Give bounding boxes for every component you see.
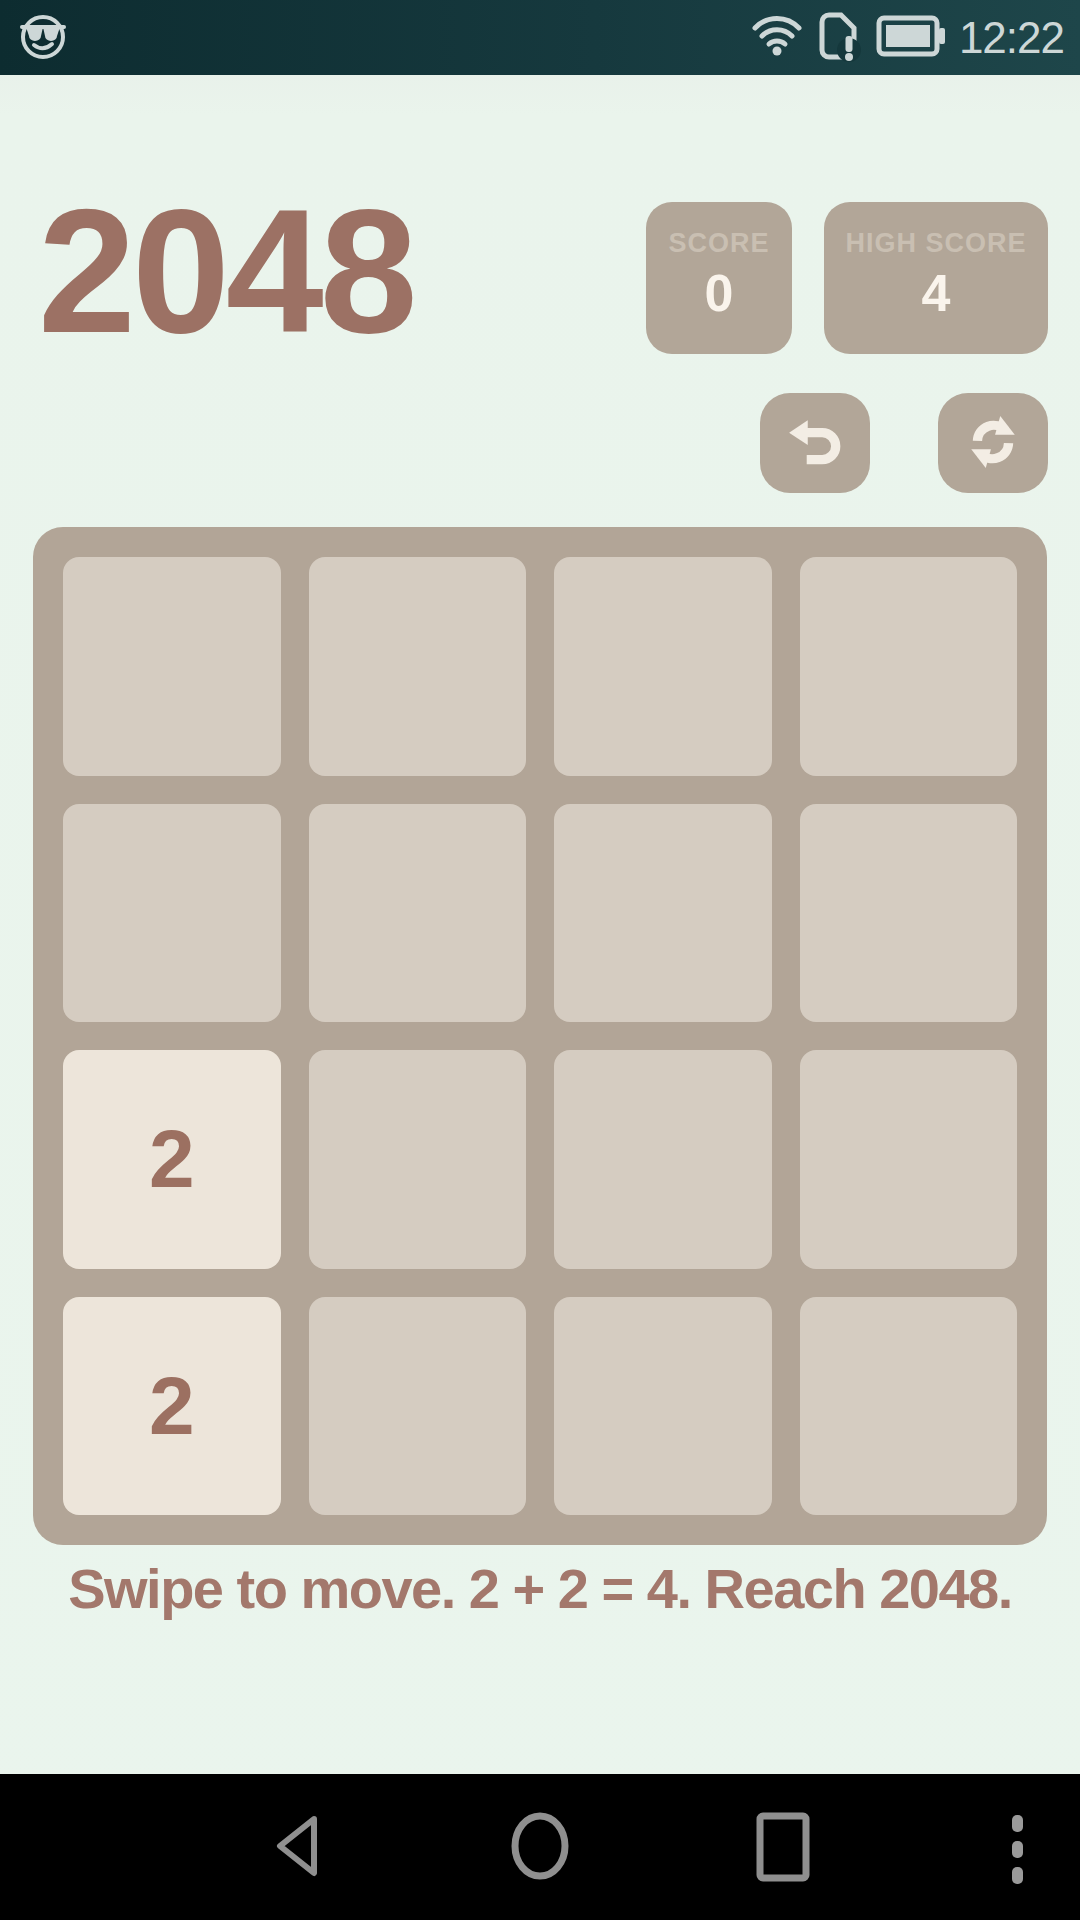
high-score-label: HIGH SCORE <box>845 228 1026 259</box>
overflow-menu-button[interactable] <box>1012 1815 1023 1884</box>
recents-square-icon <box>755 1870 811 1885</box>
tile-2-r4c1: 2 <box>63 1297 281 1516</box>
score-value: 0 <box>705 263 734 323</box>
undo-icon <box>786 413 844 474</box>
battery-icon <box>876 13 946 63</box>
high-score-box: HIGH SCORE 4 <box>824 202 1048 354</box>
cell-r4c2 <box>309 1297 527 1516</box>
instruction-text: Swipe to move. 2 + 2 = 4. Reach 2048. <box>0 1556 1080 1621</box>
back-icon <box>270 1866 332 1881</box>
cell-r2c1 <box>63 804 281 1023</box>
cell-r4c3 <box>554 1297 772 1516</box>
cell-r3c2 <box>309 1050 527 1269</box>
overflow-menu-icon <box>1012 1815 1023 1884</box>
cell-r4c4 <box>800 1297 1018 1516</box>
restart-button[interactable] <box>938 393 1048 493</box>
sim-card-alert-icon <box>815 10 863 66</box>
high-score-value: 4 <box>922 263 951 323</box>
wifi-icon <box>752 14 802 62</box>
board[interactable]: 22 <box>33 527 1047 1545</box>
undo-button[interactable] <box>760 393 870 493</box>
home-button[interactable] <box>509 1811 571 1884</box>
cell-r1c2 <box>309 557 527 776</box>
page-title: 2048 <box>38 196 414 346</box>
cell-r2c2 <box>309 804 527 1023</box>
recents-button[interactable] <box>755 1812 811 1885</box>
cell-r1c3 <box>554 557 772 776</box>
score-box: SCORE 0 <box>646 202 792 354</box>
status-bar: 12:22 <box>0 0 1080 75</box>
tile-2-r3c1: 2 <box>63 1050 281 1269</box>
cell-r1c1 <box>63 557 281 776</box>
control-buttons <box>760 393 1048 493</box>
cell-r2c4 <box>800 804 1018 1023</box>
cell-r2c3 <box>554 804 772 1023</box>
clock: 12:22 <box>959 0 1064 75</box>
cell-r3c4 <box>800 1050 1018 1269</box>
home-circle-icon <box>509 1869 571 1884</box>
refresh-icon <box>964 413 1022 474</box>
android-nav-bar <box>0 1774 1080 1920</box>
cool-face-notification-icon <box>16 9 70 67</box>
score-label: SCORE <box>668 228 769 259</box>
score-row: SCORE 0 HIGH SCORE 4 <box>646 202 1048 354</box>
cell-r1c4 <box>800 557 1018 776</box>
back-button[interactable] <box>270 1814 332 1881</box>
cell-r3c3 <box>554 1050 772 1269</box>
